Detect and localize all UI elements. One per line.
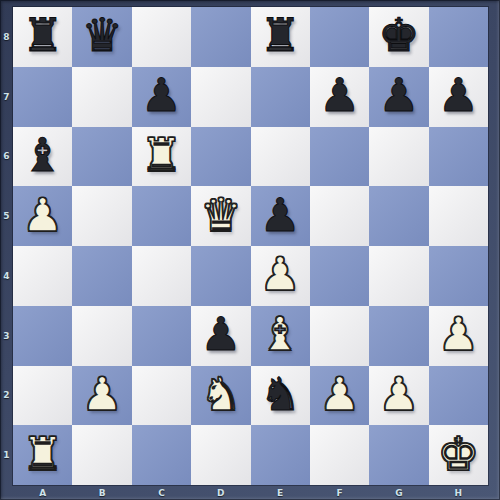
square-f4[interactable] [310,246,369,306]
square-f1[interactable] [310,425,369,485]
square-h7[interactable]: ♟ [429,67,488,127]
square-c8[interactable] [132,7,191,67]
square-a6[interactable]: ♝ [13,127,72,187]
square-a2[interactable] [13,366,72,426]
square-h5[interactable] [429,186,488,246]
file-label-f: F [310,485,369,500]
square-c3[interactable] [132,306,191,366]
square-a8[interactable]: ♜ [13,7,72,67]
square-c7[interactable]: ♟ [132,67,191,127]
file-label-b: B [72,485,131,500]
square-e2[interactable]: ♞ [251,366,310,426]
square-e8[interactable]: ♜ [251,7,310,67]
rank-label-4: 4 [0,246,13,306]
square-f2[interactable]: ♟ [310,366,369,426]
square-h1[interactable]: ♚ [429,425,488,485]
square-d6[interactable] [191,127,250,187]
rank-label-8: 8 [0,7,13,67]
white-pawn-g2[interactable]: ♟ [378,366,419,424]
white-king-h1[interactable]: ♚ [438,425,479,483]
square-b4[interactable] [72,246,131,306]
black-pawn-c7[interactable]: ♟ [141,67,182,125]
rank-label-5: 5 [0,186,13,246]
file-label-c: C [132,485,191,500]
file-label-e: E [251,485,310,500]
square-d5[interactable]: ♛ [191,186,250,246]
file-labels: ABCDEFGH [13,485,488,500]
square-h6[interactable] [429,127,488,187]
black-pawn-d3[interactable]: ♟ [200,306,241,364]
square-a4[interactable] [13,246,72,306]
square-f8[interactable] [310,7,369,67]
file-label-a: A [13,485,72,500]
square-c6[interactable]: ♜ [132,127,191,187]
square-b1[interactable] [72,425,131,485]
rank-labels: 87654321 [0,7,13,485]
black-rook-a8[interactable]: ♜ [22,7,63,65]
file-label-g: G [369,485,428,500]
square-d1[interactable] [191,425,250,485]
white-rook-c6[interactable]: ♜ [141,127,182,185]
square-c4[interactable] [132,246,191,306]
square-h4[interactable] [429,246,488,306]
square-g1[interactable] [369,425,428,485]
square-g5[interactable] [369,186,428,246]
square-h8[interactable] [429,7,488,67]
white-queen-d5[interactable]: ♛ [200,186,241,244]
square-e3[interactable]: ♝ [251,306,310,366]
square-b8[interactable]: ♛ [72,7,131,67]
square-b6[interactable] [72,127,131,187]
square-a5[interactable]: ♟ [13,186,72,246]
black-pawn-e5[interactable]: ♟ [260,186,301,244]
square-a1[interactable]: ♜ [13,425,72,485]
black-pawn-h7[interactable]: ♟ [438,67,479,125]
square-e4[interactable]: ♟ [251,246,310,306]
square-c2[interactable] [132,366,191,426]
black-pawn-f7[interactable]: ♟ [319,67,360,125]
square-d4[interactable] [191,246,250,306]
rank-label-2: 2 [0,366,13,426]
white-pawn-b2[interactable]: ♟ [81,366,122,424]
square-f3[interactable] [310,306,369,366]
square-d7[interactable] [191,67,250,127]
square-e7[interactable] [251,67,310,127]
black-queen-b8[interactable]: ♛ [81,7,122,65]
file-label-d: D [191,485,250,500]
square-e1[interactable] [251,425,310,485]
file-label-h: H [429,485,488,500]
square-h3[interactable]: ♟ [429,306,488,366]
square-g3[interactable] [369,306,428,366]
white-pawn-e4[interactable]: ♟ [260,246,301,304]
square-g7[interactable]: ♟ [369,67,428,127]
rank-label-3: 3 [0,306,13,366]
square-b2[interactable]: ♟ [72,366,131,426]
square-g2[interactable]: ♟ [369,366,428,426]
board-frame: 87654321 ABCDEFGH ♜♛♜♚♟♟♟♟♝♜♟♛♟♟♟♝♟♟♞♞♟♟… [0,0,500,500]
white-knight-d2[interactable]: ♞ [200,366,241,424]
square-d8[interactable] [191,7,250,67]
square-f7[interactable]: ♟ [310,67,369,127]
square-c1[interactable] [132,425,191,485]
square-g4[interactable] [369,246,428,306]
square-a7[interactable] [13,67,72,127]
square-e6[interactable] [251,127,310,187]
square-g6[interactable] [369,127,428,187]
square-b5[interactable] [72,186,131,246]
square-a3[interactable] [13,306,72,366]
square-b7[interactable] [72,67,131,127]
white-rook-a1[interactable]: ♜ [22,425,63,483]
black-bishop-a6[interactable]: ♝ [22,127,63,185]
square-b3[interactable] [72,306,131,366]
square-d2[interactable]: ♞ [191,366,250,426]
rank-label-6: 6 [0,127,13,187]
white-pawn-f2[interactable]: ♟ [319,366,360,424]
rank-label-7: 7 [0,67,13,127]
black-rook-e8[interactable]: ♜ [260,7,301,65]
square-h2[interactable] [429,366,488,426]
rank-label-1: 1 [0,425,13,485]
black-knight-e2[interactable]: ♞ [260,366,301,424]
black-king-g8[interactable]: ♚ [378,7,419,65]
square-e5[interactable]: ♟ [251,186,310,246]
square-f6[interactable] [310,127,369,187]
white-pawn-a5[interactable]: ♟ [22,186,63,244]
black-pawn-g7[interactable]: ♟ [378,67,419,125]
white-bishop-e3[interactable]: ♝ [260,306,301,364]
square-d3[interactable]: ♟ [191,306,250,366]
square-f5[interactable] [310,186,369,246]
square-c5[interactable] [132,186,191,246]
chess-board: ♜♛♜♚♟♟♟♟♝♜♟♛♟♟♟♝♟♟♞♞♟♟♜♚ [13,7,488,485]
square-g8[interactable]: ♚ [369,7,428,67]
white-pawn-h3[interactable]: ♟ [438,306,479,364]
